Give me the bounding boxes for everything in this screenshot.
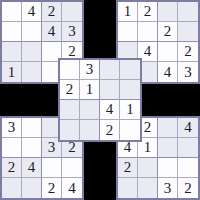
cell-bottom-right-r4c3[interactable]: 3 [158,178,178,198]
cell-top-left-r3c2[interactable] [22,42,42,62]
cell-bottom-right-r3c3[interactable] [158,158,178,178]
cell-center-r3c1[interactable] [60,100,80,120]
cell-top-left-r1c4[interactable] [62,2,82,22]
cell-top-left-r2c3[interactable]: 4 [42,22,62,42]
cell-bottom-left-r3c2[interactable]: 4 [22,158,42,178]
cell-top-left-r2c4[interactable]: 3 [62,22,82,42]
cell-center-r2c1[interactable]: 2 [60,80,80,100]
cell-center-r4c1[interactable] [60,120,80,140]
cell-top-right-r3c3[interactable] [158,42,178,62]
cell-bottom-right-r2c3[interactable] [158,138,178,158]
cell-top-right-r2c2[interactable] [138,22,158,42]
cell-center-r3c2[interactable] [80,100,100,120]
grid-center: 321412 [58,58,142,142]
cell-bottom-right-r3c2[interactable] [138,158,158,178]
cell-bottom-left-r1c1[interactable]: 3 [2,118,22,138]
cell-bottom-right-r4c1[interactable] [118,178,138,198]
cell-top-left-r2c2[interactable] [22,22,42,42]
cell-top-left-r3c1[interactable] [2,42,22,62]
cell-center-r4c2[interactable] [80,120,100,140]
cell-center-r3c3[interactable]: 4 [100,100,120,120]
cell-bottom-right-r3c1[interactable]: 2 [118,158,138,178]
cell-bottom-left-r3c3[interactable] [42,158,62,178]
samurai-sudoku-board: 424321122424333224242441232321412 [0,0,200,200]
cell-bottom-left-r1c2[interactable] [22,118,42,138]
cell-bottom-right-r4c4[interactable]: 2 [178,178,198,198]
cell-top-right-r1c1[interactable]: 1 [118,2,138,22]
cell-top-right-r4c3[interactable]: 4 [158,62,178,82]
cell-top-right-r2c3[interactable]: 2 [158,22,178,42]
cell-bottom-left-r4c3[interactable]: 2 [42,178,62,198]
cell-bottom-left-r2c2[interactable] [22,138,42,158]
cell-top-right-r2c1[interactable] [118,22,138,42]
cell-top-left-r4c2[interactable] [22,62,42,82]
cell-center-r2c3[interactable] [100,80,120,100]
cell-center-r1c4[interactable] [120,60,140,80]
cell-bottom-left-r3c1[interactable]: 2 [2,158,22,178]
cell-bottom-left-r4c2[interactable] [22,178,42,198]
cell-center-r1c1[interactable] [60,60,80,80]
cell-top-left-r1c3[interactable]: 2 [42,2,62,22]
cell-bottom-left-r4c4[interactable]: 4 [62,178,82,198]
cell-bottom-left-r2c1[interactable] [2,138,22,158]
cell-bottom-left-r3c4[interactable] [62,158,82,178]
cell-top-right-r4c4[interactable]: 3 [178,62,198,82]
cell-top-right-r1c4[interactable] [178,2,198,22]
cell-top-right-r3c4[interactable]: 2 [178,42,198,62]
cell-bottom-right-r3c4[interactable] [178,158,198,178]
cell-center-r4c4[interactable] [120,120,140,140]
cell-center-r3c4[interactable]: 1 [120,100,140,120]
cell-center-r1c3[interactable] [100,60,120,80]
cell-top-right-r1c2[interactable]: 2 [138,2,158,22]
cell-bottom-right-r1c3[interactable] [158,118,178,138]
cell-bottom-right-r1c4[interactable]: 4 [178,118,198,138]
cell-center-r2c4[interactable] [120,80,140,100]
cell-bottom-left-r4c1[interactable] [2,178,22,198]
cell-top-right-r1c3[interactable] [158,2,178,22]
cell-bottom-right-r4c2[interactable] [138,178,158,198]
cell-center-r2c2[interactable]: 1 [80,80,100,100]
cell-top-left-r1c1[interactable] [2,2,22,22]
cell-bottom-right-r2c4[interactable] [178,138,198,158]
cell-center-r4c3[interactable]: 2 [100,120,120,140]
cell-top-left-r4c1[interactable]: 1 [2,62,22,82]
cell-top-right-r2c4[interactable] [178,22,198,42]
cell-top-left-r1c2[interactable]: 4 [22,2,42,22]
cell-top-left-r2c1[interactable] [2,22,22,42]
cell-center-r1c2[interactable]: 3 [80,60,100,80]
